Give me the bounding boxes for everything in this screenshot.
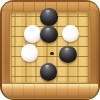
black-stone [40,26,58,44]
white-stone [21,44,39,62]
black-stone [59,46,77,64]
go-app-icon[interactable] [0,0,100,100]
screenshot-canvas [0,0,100,100]
white-stone [24,25,42,43]
white-stone [62,25,80,43]
black-stone [40,63,58,81]
star-point [50,52,54,56]
black-stone [40,8,58,26]
stones-layer [0,0,100,100]
